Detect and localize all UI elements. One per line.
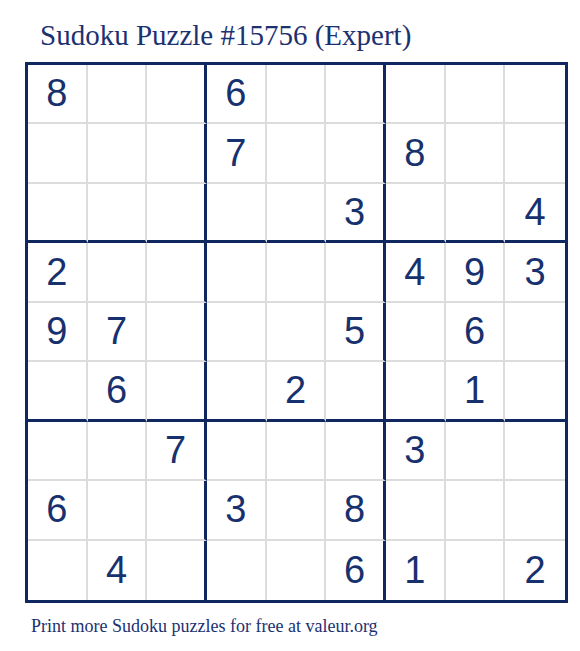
cell-r8c2	[88, 481, 148, 540]
cell-r5c3	[147, 303, 207, 362]
cell-r6c6	[326, 362, 386, 421]
cell-r9c7: 1	[386, 541, 446, 600]
cell-r5c5	[267, 303, 327, 362]
cell-r2c9	[505, 124, 565, 183]
cell-r4c3	[147, 243, 207, 302]
cell-r1c1: 8	[28, 65, 88, 124]
cell-r1c4: 6	[207, 65, 267, 124]
cell-r6c2: 6	[88, 362, 148, 421]
cell-r2c6	[326, 124, 386, 183]
cell-r7c3: 7	[147, 422, 207, 481]
cell-r5c7	[386, 303, 446, 362]
cell-r9c4	[207, 541, 267, 600]
cell-r8c4: 3	[207, 481, 267, 540]
cell-r5c6: 5	[326, 303, 386, 362]
cell-r4c6	[326, 243, 386, 302]
cell-r9c1	[28, 541, 88, 600]
cell-r1c7	[386, 65, 446, 124]
cell-r3c9: 4	[505, 184, 565, 243]
cell-r9c9: 2	[505, 541, 565, 600]
puzzle-title: Sudoku Puzzle #15756 (Expert)	[40, 20, 411, 52]
sudoku-board: 86783424939756621736384612	[25, 62, 568, 603]
cell-r8c1: 6	[28, 481, 88, 540]
cell-r6c8: 1	[446, 362, 506, 421]
cell-r7c7: 3	[386, 422, 446, 481]
cell-r6c5: 2	[267, 362, 327, 421]
cell-r4c9: 3	[505, 243, 565, 302]
cell-r8c3	[147, 481, 207, 540]
cell-r5c2: 7	[88, 303, 148, 362]
cell-r7c6	[326, 422, 386, 481]
cell-r7c1	[28, 422, 88, 481]
page: Sudoku Puzzle #15756 (Expert) 8678342493…	[0, 0, 580, 651]
cell-r2c1	[28, 124, 88, 183]
cell-r2c2	[88, 124, 148, 183]
cell-r3c6: 3	[326, 184, 386, 243]
cell-r4c4	[207, 243, 267, 302]
cell-r6c3	[147, 362, 207, 421]
cell-r6c7	[386, 362, 446, 421]
cell-r6c1	[28, 362, 88, 421]
cell-r8c5	[267, 481, 327, 540]
cell-r1c6	[326, 65, 386, 124]
cell-r1c5	[267, 65, 327, 124]
cell-r5c8: 6	[446, 303, 506, 362]
cell-r5c4	[207, 303, 267, 362]
cell-r7c8	[446, 422, 506, 481]
cell-r4c2	[88, 243, 148, 302]
cell-r9c5	[267, 541, 327, 600]
cell-r4c1: 2	[28, 243, 88, 302]
cell-r2c3	[147, 124, 207, 183]
cell-r8c9	[505, 481, 565, 540]
cell-r9c2: 4	[88, 541, 148, 600]
cell-r2c4: 7	[207, 124, 267, 183]
footer-text: Print more Sudoku puzzles for free at va…	[31, 616, 378, 637]
cell-r2c5	[267, 124, 327, 183]
cell-r4c5	[267, 243, 327, 302]
cell-r3c4	[207, 184, 267, 243]
cell-r7c4	[207, 422, 267, 481]
cell-r7c2	[88, 422, 148, 481]
cell-r3c1	[28, 184, 88, 243]
cell-r9c8	[446, 541, 506, 600]
cell-r6c4	[207, 362, 267, 421]
cell-r1c8	[446, 65, 506, 124]
cell-r1c9	[505, 65, 565, 124]
cell-r1c2	[88, 65, 148, 124]
cell-r3c5	[267, 184, 327, 243]
cell-r7c5	[267, 422, 327, 481]
cell-r9c6: 6	[326, 541, 386, 600]
cell-r3c3	[147, 184, 207, 243]
cell-r8c6: 8	[326, 481, 386, 540]
cell-r8c8	[446, 481, 506, 540]
cell-r3c2	[88, 184, 148, 243]
cell-r3c8	[446, 184, 506, 243]
cell-r2c7: 8	[386, 124, 446, 183]
cell-r2c8	[446, 124, 506, 183]
cell-r5c9	[505, 303, 565, 362]
cell-r4c7: 4	[386, 243, 446, 302]
cell-r5c1: 9	[28, 303, 88, 362]
cell-r4c8: 9	[446, 243, 506, 302]
cell-r1c3	[147, 65, 207, 124]
cell-r7c9	[505, 422, 565, 481]
cell-r6c9	[505, 362, 565, 421]
cell-r9c3	[147, 541, 207, 600]
cell-r8c7	[386, 481, 446, 540]
cell-r3c7	[386, 184, 446, 243]
